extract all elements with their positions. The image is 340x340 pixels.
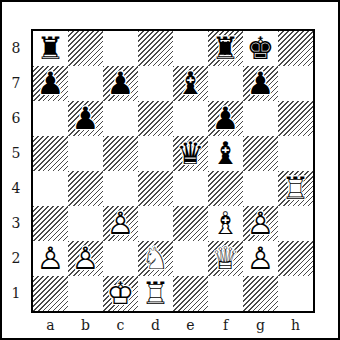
- square-d4[interactable]: [138, 171, 173, 206]
- black-rook-glyph: ♜: [208, 31, 243, 66]
- black-bishop-glyph: ♝: [208, 136, 243, 171]
- chess-board: ♖♜♖♜♔♚♙♟♙♟♗♝♙♟♙♟♙♟♕♛♗♝♜♖♟♙♝♗♟♙♟♙♟♙♞♘♛♕♟♙…: [31, 29, 315, 313]
- square-f5[interactable]: ♗♝: [208, 136, 243, 171]
- file-label-a: a: [33, 313, 68, 337]
- black-rook-glyph: ♜: [33, 31, 68, 66]
- square-g3[interactable]: ♟♙: [243, 206, 278, 241]
- square-h4[interactable]: ♜♖: [278, 171, 313, 206]
- square-e4[interactable]: [173, 171, 208, 206]
- square-e8[interactable]: [173, 31, 208, 66]
- rank-label-1: 1: [2, 276, 30, 311]
- white-pawn-glyph: ♙: [68, 241, 103, 276]
- square-g4[interactable]: [243, 171, 278, 206]
- black-queen-glyph: ♛: [173, 136, 208, 171]
- square-b6[interactable]: ♙♟: [68, 101, 103, 136]
- black-bishop[interactable]: ♗♝: [208, 136, 243, 171]
- square-f1[interactable]: [208, 276, 243, 311]
- square-e6[interactable]: [173, 101, 208, 136]
- square-h3[interactable]: [278, 206, 313, 241]
- rank-label-6: 6: [2, 101, 30, 136]
- square-f7[interactable]: [208, 66, 243, 101]
- rank-label-4: 4: [2, 171, 30, 206]
- rank-label-2: 2: [2, 241, 30, 276]
- file-label-h: h: [278, 313, 313, 337]
- square-c1[interactable]: ♚♔: [103, 276, 138, 311]
- white-pawn[interactable]: ♟♙: [243, 206, 278, 241]
- square-c5[interactable]: [103, 136, 138, 171]
- square-h5[interactable]: [278, 136, 313, 171]
- file-labels: abcdefgh: [33, 313, 313, 337]
- white-queen[interactable]: ♛♕: [208, 241, 243, 276]
- square-d5[interactable]: [138, 136, 173, 171]
- square-h6[interactable]: [278, 101, 313, 136]
- square-g7[interactable]: ♙♟: [243, 66, 278, 101]
- square-a5[interactable]: [33, 136, 68, 171]
- square-d6[interactable]: [138, 101, 173, 136]
- white-pawn[interactable]: ♟♙: [68, 241, 103, 276]
- white-king[interactable]: ♚♔: [103, 276, 138, 311]
- black-rook[interactable]: ♖♜: [208, 31, 243, 66]
- white-knight-glyph: ♘: [138, 241, 173, 276]
- square-f3[interactable]: ♝♗: [208, 206, 243, 241]
- white-pawn[interactable]: ♟♙: [243, 241, 278, 276]
- square-d3[interactable]: [138, 206, 173, 241]
- file-label-b: b: [68, 313, 103, 337]
- square-d2[interactable]: ♞♘: [138, 241, 173, 276]
- square-b5[interactable]: [68, 136, 103, 171]
- square-a6[interactable]: [33, 101, 68, 136]
- file-label-e: e: [173, 313, 208, 337]
- rank-label-5: 5: [2, 136, 30, 171]
- file-label-c: c: [103, 313, 138, 337]
- square-e5[interactable]: ♕♛: [173, 136, 208, 171]
- black-queen[interactable]: ♕♛: [173, 136, 208, 171]
- white-queen-glyph: ♕: [208, 241, 243, 276]
- rank-label-7: 7: [2, 66, 30, 101]
- black-pawn-glyph: ♟: [33, 66, 68, 101]
- square-g2[interactable]: ♟♙: [243, 241, 278, 276]
- white-rook[interactable]: ♜♖: [138, 276, 173, 311]
- square-c8[interactable]: [103, 31, 138, 66]
- square-c2[interactable]: [103, 241, 138, 276]
- square-d7[interactable]: [138, 66, 173, 101]
- square-g1[interactable]: [243, 276, 278, 311]
- rank-label-3: 3: [2, 206, 30, 241]
- white-pawn-glyph: ♙: [103, 206, 138, 241]
- square-e3[interactable]: [173, 206, 208, 241]
- file-label-d: d: [138, 313, 173, 337]
- black-pawn[interactable]: ♙♟: [68, 101, 103, 136]
- square-c3[interactable]: ♟♙: [103, 206, 138, 241]
- white-pawn[interactable]: ♟♙: [103, 206, 138, 241]
- rank-labels: 87654321: [2, 31, 30, 311]
- square-b2[interactable]: ♟♙: [68, 241, 103, 276]
- square-e1[interactable]: [173, 276, 208, 311]
- square-h2[interactable]: [278, 241, 313, 276]
- square-a2[interactable]: ♟♙: [33, 241, 68, 276]
- black-pawn-glyph: ♟: [243, 66, 278, 101]
- square-b4[interactable]: [68, 171, 103, 206]
- square-c4[interactable]: [103, 171, 138, 206]
- square-a8[interactable]: ♖♜: [33, 31, 68, 66]
- black-pawn[interactable]: ♙♟: [103, 66, 138, 101]
- square-g5[interactable]: [243, 136, 278, 171]
- file-label-g: g: [243, 313, 278, 337]
- black-pawn-glyph: ♟: [103, 66, 138, 101]
- white-knight[interactable]: ♞♘: [138, 241, 173, 276]
- black-pawn[interactable]: ♙♟: [33, 66, 68, 101]
- square-c6[interactable]: [103, 101, 138, 136]
- square-h1[interactable]: [278, 276, 313, 311]
- square-a4[interactable]: [33, 171, 68, 206]
- square-f8[interactable]: ♖♜: [208, 31, 243, 66]
- square-h8[interactable]: [278, 31, 313, 66]
- square-h7[interactable]: [278, 66, 313, 101]
- square-b1[interactable]: [68, 276, 103, 311]
- white-rook[interactable]: ♜♖: [278, 171, 313, 206]
- square-e7[interactable]: ♗♝: [173, 66, 208, 101]
- black-rook[interactable]: ♖♜: [33, 31, 68, 66]
- black-bishop[interactable]: ♗♝: [173, 66, 208, 101]
- white-pawn-glyph: ♙: [243, 206, 278, 241]
- square-c7[interactable]: ♙♟: [103, 66, 138, 101]
- square-b7[interactable]: [68, 66, 103, 101]
- square-g6[interactable]: [243, 101, 278, 136]
- square-a1[interactable]: [33, 276, 68, 311]
- square-g8[interactable]: ♔♚: [243, 31, 278, 66]
- black-king-glyph: ♚: [243, 31, 278, 66]
- white-king-glyph: ♔: [103, 276, 138, 311]
- file-label-f: f: [208, 313, 243, 337]
- square-b3[interactable]: [68, 206, 103, 241]
- white-rook-glyph: ♖: [138, 276, 173, 311]
- square-b8[interactable]: [68, 31, 103, 66]
- square-a3[interactable]: [33, 206, 68, 241]
- white-pawn-glyph: ♙: [243, 241, 278, 276]
- square-f6[interactable]: ♙♟: [208, 101, 243, 136]
- white-bishop[interactable]: ♝♗: [208, 206, 243, 241]
- rank-label-8: 8: [2, 31, 30, 66]
- white-rook-glyph: ♖: [278, 171, 313, 206]
- black-bishop-glyph: ♝: [173, 66, 208, 101]
- square-f2[interactable]: ♛♕: [208, 241, 243, 276]
- white-pawn[interactable]: ♟♙: [33, 241, 68, 276]
- square-e2[interactable]: [173, 241, 208, 276]
- square-d8[interactable]: [138, 31, 173, 66]
- black-king[interactable]: ♔♚: [243, 31, 278, 66]
- black-pawn[interactable]: ♙♟: [208, 101, 243, 136]
- black-pawn-glyph: ♟: [208, 101, 243, 136]
- chess-diagram: 87654321 ♖♜♖♜♔♚♙♟♙♟♗♝♙♟♙♟♙♟♕♛♗♝♜♖♟♙♝♗♟♙♟…: [0, 0, 340, 340]
- white-pawn-glyph: ♙: [33, 241, 68, 276]
- square-a7[interactable]: ♙♟: [33, 66, 68, 101]
- black-pawn[interactable]: ♙♟: [243, 66, 278, 101]
- white-bishop-glyph: ♗: [208, 206, 243, 241]
- black-pawn-glyph: ♟: [68, 101, 103, 136]
- square-d1[interactable]: ♜♖: [138, 276, 173, 311]
- square-f4[interactable]: [208, 171, 243, 206]
